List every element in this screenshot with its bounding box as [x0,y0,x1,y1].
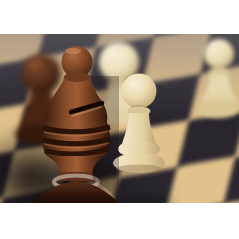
letterbox-bottom [0,203,239,239]
photo-stage [0,0,239,239]
chess-photo [0,34,239,203]
letterbox-top [0,0,239,34]
white-pawn-right-piece [193,37,239,123]
dark-bishop-piece [33,42,119,203]
